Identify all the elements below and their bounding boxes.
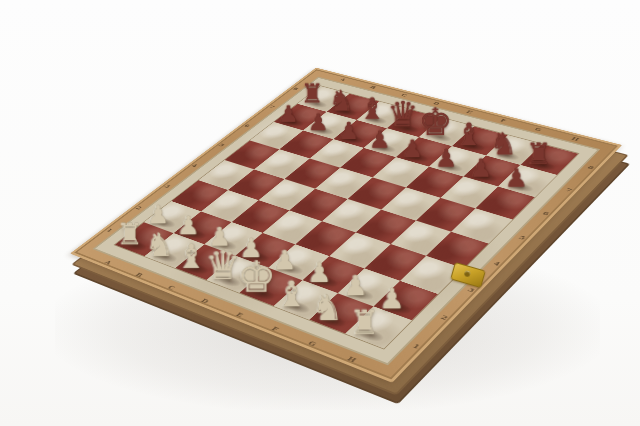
pawn-glyph: ♟ bbox=[308, 110, 329, 133]
file-label-d: D bbox=[199, 296, 212, 304]
chess-set-photo: ABCDEFGH ABCDEFGH 87654321 87654321 ♜♞♝♛… bbox=[0, 0, 640, 426]
rank-label-3: 3 bbox=[466, 286, 477, 294]
bishop-glyph: ♝ bbox=[275, 276, 307, 311]
pawn-glyph: ♟ bbox=[505, 165, 528, 191]
rank-label-5: 5 bbox=[517, 234, 528, 241]
file-label-a: A bbox=[103, 258, 115, 265]
rank-label-2: 2 bbox=[439, 313, 451, 321]
file-label-b: B bbox=[134, 270, 146, 278]
pawn-glyph: ♟ bbox=[369, 127, 390, 151]
rank-label-7: 7 bbox=[564, 186, 574, 193]
rank-label-1: 1 bbox=[410, 342, 422, 351]
rank-label-6: 6 bbox=[541, 210, 551, 217]
marble-surface: ♜♞♝♛♚♝♞♜♟♟♟♟♟♟♟♟♟♟♟♟♟♟♟♟♜♞♝♛♚♝♞♜ bbox=[92, 77, 600, 365]
scene: ABCDEFGH ABCDEFGH 87654321 87654321 ♜♞♝♛… bbox=[0, 0, 640, 426]
red-pawn-h7: ♟ bbox=[495, 118, 538, 191]
board-assembly: ABCDEFGH ABCDEFGH 87654321 87654321 ♜♞♝♛… bbox=[70, 68, 622, 383]
file-label-g: G bbox=[307, 338, 320, 347]
rook-glyph: ♜ bbox=[350, 306, 380, 339]
file-label-f: F bbox=[270, 324, 282, 332]
knight-glyph: ♞ bbox=[311, 290, 342, 325]
file-label-e: E bbox=[234, 310, 246, 318]
pawn-glyph: ♟ bbox=[402, 136, 424, 160]
wood-frame: ABCDEFGH ABCDEFGH 87654321 87654321 ♜♞♝♛… bbox=[70, 68, 622, 383]
white-rook-h1: ♜ bbox=[340, 258, 388, 341]
rank-label-8: 8 bbox=[586, 164, 596, 170]
rank-label-4: 4 bbox=[492, 259, 503, 267]
pawn-glyph: ♟ bbox=[338, 119, 359, 143]
file-label-h: H bbox=[570, 135, 581, 142]
pawn-glyph: ♟ bbox=[278, 102, 298, 125]
file-label-h: H bbox=[346, 354, 360, 364]
file-label-c: C bbox=[166, 283, 178, 291]
pawn-glyph: ♟ bbox=[435, 146, 457, 171]
pawn-glyph: ♟ bbox=[469, 155, 492, 180]
